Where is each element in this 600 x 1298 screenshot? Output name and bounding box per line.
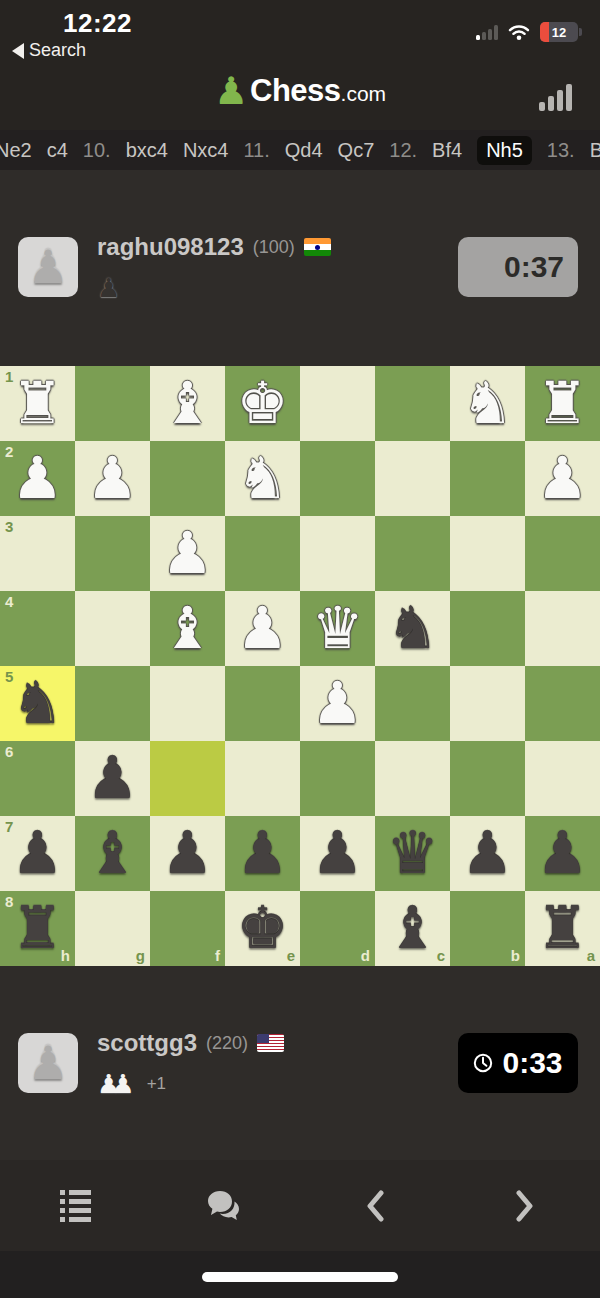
captured-pieces-bottom: ♟♟ +1 bbox=[97, 1069, 166, 1099]
square-b7[interactable]: ♟ bbox=[450, 816, 525, 891]
previous-move-button[interactable] bbox=[300, 1160, 450, 1251]
battery-icon: 12 bbox=[540, 22, 578, 42]
logo-suffix: .com bbox=[341, 82, 387, 106]
bottom-toolbar bbox=[0, 1160, 600, 1251]
black-bishop-g7[interactable]: ♝ bbox=[75, 816, 150, 891]
chat-button[interactable] bbox=[150, 1160, 300, 1251]
player-card-bottom: ♟ scottgg3 (220) ♟♟ +1 0:33 bbox=[0, 1033, 600, 1133]
white-rook-a1[interactable]: ♜ bbox=[525, 366, 600, 441]
black-queen-c7[interactable]: ♛ bbox=[375, 816, 450, 891]
black-king-e8[interactable]: ♚ bbox=[225, 891, 300, 966]
square-g6[interactable]: ♟ bbox=[75, 741, 150, 816]
usa-flag-icon bbox=[257, 1034, 284, 1052]
move-Bf4[interactable]: Bf4 bbox=[432, 139, 462, 162]
home-indicator[interactable] bbox=[202, 1272, 398, 1282]
black-pawn-f7[interactable]: ♟ bbox=[150, 816, 225, 891]
square-c7[interactable]: ♛ bbox=[375, 816, 450, 891]
black-rook-a8[interactable]: ♜ bbox=[525, 891, 600, 966]
move-Qd4[interactable]: Qd4 bbox=[285, 139, 323, 162]
black-pawn-d7[interactable]: ♟ bbox=[300, 816, 375, 891]
square-h4[interactable]: 4 bbox=[0, 591, 75, 666]
back-to-search-button[interactable]: Search bbox=[12, 40, 86, 61]
square-h7[interactable]: 7♟ bbox=[0, 816, 75, 891]
square-a3[interactable] bbox=[525, 516, 600, 591]
white-pawn-g2[interactable]: ♟ bbox=[75, 441, 150, 516]
cellular-signal-icon bbox=[476, 25, 498, 40]
square-a4[interactable] bbox=[525, 591, 600, 666]
file-label-f: f bbox=[215, 947, 220, 964]
back-arrow-icon bbox=[12, 43, 24, 59]
white-knight-b1[interactable]: ♞ bbox=[450, 366, 525, 441]
square-g1[interactable] bbox=[75, 366, 150, 441]
square-f5[interactable] bbox=[150, 666, 225, 741]
header: 12:22 Search 12 ♟ Chess .com bbox=[0, 0, 600, 130]
move-number-13[interactable]: 13. bbox=[547, 139, 575, 162]
avatar-bottom[interactable]: ♟ bbox=[18, 1033, 78, 1093]
square-e7[interactable]: ♟ bbox=[225, 816, 300, 891]
captured-pieces-top: ♟ bbox=[97, 273, 120, 303]
white-pawn-f3[interactable]: ♟ bbox=[150, 516, 225, 591]
square-f8[interactable]: f bbox=[150, 891, 225, 966]
clock-top: 0:37 bbox=[458, 237, 578, 297]
chess-board: 1♜♝♚♞♜2♟♟♞♟3♟4♝♟♛♞5♞♟6♟7♟♝♟♟♟♛♟♟8h♜gfe♚d… bbox=[0, 366, 600, 966]
square-f1[interactable]: ♝ bbox=[150, 366, 225, 441]
player-card-top: ♟ raghu098123 (100) ♟ 0:37 bbox=[0, 237, 600, 337]
chat-icon bbox=[206, 1189, 244, 1223]
black-pawn-e7[interactable]: ♟ bbox=[225, 816, 300, 891]
rating-top: (100) bbox=[253, 237, 295, 258]
file-label-d: d bbox=[361, 947, 370, 964]
move-Qc7[interactable]: Qc7 bbox=[338, 139, 375, 162]
square-d3[interactable] bbox=[300, 516, 375, 591]
file-label-b: b bbox=[511, 947, 520, 964]
black-knight-c4[interactable]: ♞ bbox=[375, 591, 450, 666]
white-pawn-a2[interactable]: ♟ bbox=[525, 441, 600, 516]
chevron-right-icon bbox=[515, 1190, 535, 1222]
avatar-pawn-icon: ♟ bbox=[27, 244, 68, 290]
white-pawn-e4[interactable]: ♟ bbox=[225, 591, 300, 666]
move-Ne2[interactable]: Ne2 bbox=[0, 139, 32, 162]
square-f7[interactable]: ♟ bbox=[150, 816, 225, 891]
square-g5[interactable] bbox=[75, 666, 150, 741]
square-d2[interactable] bbox=[300, 441, 375, 516]
move-Bxc7[interactable]: Bxc7 bbox=[590, 139, 600, 162]
square-d5[interactable]: ♟ bbox=[300, 666, 375, 741]
square-g3[interactable] bbox=[75, 516, 150, 591]
battery-level: 12 bbox=[552, 25, 566, 40]
captured-white-pawns-icon: ♟♟ bbox=[97, 1070, 135, 1098]
chesscom-logo: ♟ Chess .com bbox=[0, 72, 600, 110]
rank-label-3: 3 bbox=[5, 518, 13, 535]
square-b2[interactable] bbox=[450, 441, 525, 516]
square-c4[interactable]: ♞ bbox=[375, 591, 450, 666]
square-e1[interactable]: ♚ bbox=[225, 366, 300, 441]
black-bishop-c8[interactable]: ♝ bbox=[375, 891, 450, 966]
india-flag-icon bbox=[304, 238, 331, 256]
white-king-e1[interactable]: ♚ bbox=[225, 366, 300, 441]
square-g7[interactable]: ♝ bbox=[75, 816, 150, 891]
rank-label-4: 4 bbox=[5, 593, 13, 610]
white-rook-h1[interactable]: ♜ bbox=[0, 366, 75, 441]
rank-label-6: 6 bbox=[5, 743, 13, 760]
black-pawn-h7[interactable]: ♟ bbox=[0, 816, 75, 891]
square-a5[interactable] bbox=[525, 666, 600, 741]
square-b3[interactable] bbox=[450, 516, 525, 591]
square-b1[interactable]: ♞ bbox=[450, 366, 525, 441]
move-Nxc4[interactable]: Nxc4 bbox=[183, 139, 229, 162]
username-top[interactable]: raghu098123 bbox=[97, 233, 244, 261]
square-c5[interactable] bbox=[375, 666, 450, 741]
rating-bottom: (220) bbox=[206, 1033, 248, 1054]
status-time: 12:22 bbox=[63, 8, 132, 39]
move-number-11[interactable]: 11. bbox=[243, 139, 269, 162]
username-bottom[interactable]: scottgg3 bbox=[97, 1029, 197, 1057]
move-number-12[interactable]: 12. bbox=[389, 139, 417, 162]
square-e5[interactable] bbox=[225, 666, 300, 741]
square-e4[interactable]: ♟ bbox=[225, 591, 300, 666]
move-list-button[interactable] bbox=[0, 1160, 150, 1251]
black-pawn-b7[interactable]: ♟ bbox=[450, 816, 525, 891]
square-c2[interactable] bbox=[375, 441, 450, 516]
square-d1[interactable] bbox=[300, 366, 375, 441]
move-list-bar: Ne2c410.bxc4Nxc411.Qd4Qc712.Bf4Nh513.Bxc… bbox=[0, 130, 600, 170]
square-e8[interactable]: e♚ bbox=[225, 891, 300, 966]
square-c1[interactable] bbox=[375, 366, 450, 441]
square-b5[interactable] bbox=[450, 666, 525, 741]
white-pawn-d5[interactable]: ♟ bbox=[300, 666, 375, 741]
avatar-pawn-icon: ♟ bbox=[27, 1040, 68, 1086]
square-c8[interactable]: c♝ bbox=[375, 891, 450, 966]
black-rook-h8[interactable]: ♜ bbox=[0, 891, 75, 966]
white-knight-e2[interactable]: ♞ bbox=[225, 441, 300, 516]
black-pawn-a7[interactable]: ♟ bbox=[525, 816, 600, 891]
square-d7[interactable]: ♟ bbox=[300, 816, 375, 891]
black-pawn-g6[interactable]: ♟ bbox=[75, 741, 150, 816]
square-h2[interactable]: 2♟ bbox=[0, 441, 75, 516]
square-h1[interactable]: 1♜ bbox=[0, 366, 75, 441]
white-pawn-h2[interactable]: ♟ bbox=[0, 441, 75, 516]
chevron-left-icon bbox=[365, 1190, 385, 1222]
square-h5[interactable]: 5♞ bbox=[0, 666, 75, 741]
timer-icon bbox=[473, 1053, 493, 1073]
avatar-top[interactable]: ♟ bbox=[18, 237, 78, 297]
move-c4[interactable]: c4 bbox=[47, 139, 68, 162]
square-f3[interactable]: ♟ bbox=[150, 516, 225, 591]
square-b6[interactable] bbox=[450, 741, 525, 816]
connection-quality-icon bbox=[539, 83, 572, 111]
captured-black-pawn-icon: ♟ bbox=[97, 274, 120, 302]
white-bishop-f4[interactable]: ♝ bbox=[150, 591, 225, 666]
move-list-icon bbox=[60, 1190, 91, 1222]
material-advantage: +1 bbox=[147, 1074, 166, 1094]
square-a1[interactable]: ♜ bbox=[525, 366, 600, 441]
square-e3[interactable] bbox=[225, 516, 300, 591]
square-c6[interactable] bbox=[375, 741, 450, 816]
square-f2[interactable] bbox=[150, 441, 225, 516]
square-b8[interactable]: b bbox=[450, 891, 525, 966]
file-label-g: g bbox=[136, 947, 145, 964]
move-number-10[interactable]: 10. bbox=[83, 139, 111, 162]
square-d4[interactable]: ♛ bbox=[300, 591, 375, 666]
clock-bottom: 0:33 bbox=[458, 1033, 578, 1093]
square-d8[interactable]: d bbox=[300, 891, 375, 966]
square-g2[interactable]: ♟ bbox=[75, 441, 150, 516]
move-bxc4[interactable]: bxc4 bbox=[126, 139, 168, 162]
square-e2[interactable]: ♞ bbox=[225, 441, 300, 516]
logo-pawn-icon: ♟ bbox=[214, 72, 248, 110]
square-f4[interactable]: ♝ bbox=[150, 591, 225, 666]
square-h6[interactable]: 6 bbox=[0, 741, 75, 816]
square-h3[interactable]: 3 bbox=[0, 516, 75, 591]
square-a6[interactable] bbox=[525, 741, 600, 816]
square-e6[interactable] bbox=[225, 741, 300, 816]
square-b4[interactable] bbox=[450, 591, 525, 666]
square-g8[interactable]: g bbox=[75, 891, 150, 966]
square-a8[interactable]: a♜ bbox=[525, 891, 600, 966]
next-move-button[interactable] bbox=[450, 1160, 600, 1251]
logo-text: Chess bbox=[250, 73, 341, 109]
chess-app-screen: 12:22 Search 12 ♟ Chess .com Ne2c410.bxc… bbox=[0, 0, 600, 1298]
square-a7[interactable]: ♟ bbox=[525, 816, 600, 891]
square-f6[interactable] bbox=[150, 741, 225, 816]
status-icons: 12 bbox=[476, 22, 578, 42]
clock-bottom-time: 0:33 bbox=[502, 1046, 562, 1080]
white-queen-d4[interactable]: ♛ bbox=[300, 591, 375, 666]
square-h8[interactable]: 8h♜ bbox=[0, 891, 75, 966]
square-a2[interactable]: ♟ bbox=[525, 441, 600, 516]
square-c3[interactable] bbox=[375, 516, 450, 591]
clock-top-time: 0:37 bbox=[504, 250, 564, 284]
move-Nh5[interactable]: Nh5 bbox=[477, 136, 532, 165]
white-bishop-f1[interactable]: ♝ bbox=[150, 366, 225, 441]
back-label: Search bbox=[29, 40, 86, 61]
square-g4[interactable] bbox=[75, 591, 150, 666]
black-knight-h5[interactable]: ♞ bbox=[0, 666, 75, 741]
wifi-icon bbox=[508, 24, 530, 41]
square-d6[interactable] bbox=[300, 741, 375, 816]
